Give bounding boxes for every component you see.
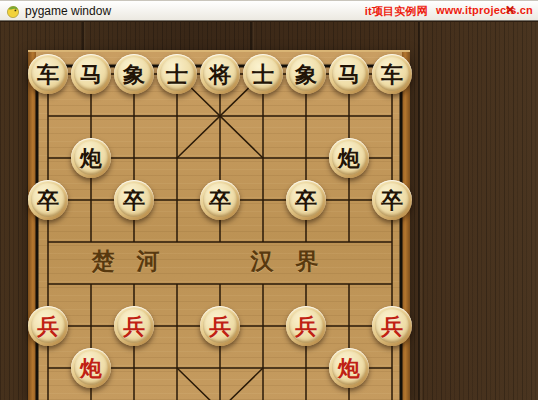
xiangqi-board[interactable]: 楚 河 汉 界 车马象士将士象马车炮炮卒卒卒卒卒兵兵兵兵炮炮兵 [28,50,410,400]
piece-character: 卒 [295,189,317,211]
piece-black-炮-c8r2[interactable]: 炮 [329,138,369,178]
piece-character: 车 [37,63,59,85]
window-title: pygame window [25,4,111,18]
piece-character: 兵 [123,315,145,337]
piece-character: 卒 [37,189,59,211]
piece-character: 炮 [80,147,102,169]
piece-black-卒-c9r3[interactable]: 卒 [372,180,412,220]
piece-character: 士 [166,63,188,85]
piece-character: 炮 [80,357,102,379]
piece-black-象-c7r0[interactable]: 象 [286,54,326,94]
piece-character: 兵 [209,315,231,337]
piece-red-炮-c2r7[interactable]: 炮 [71,348,111,388]
piece-character: 马 [338,63,360,85]
piece-character: 兵 [295,315,317,337]
piece-black-卒-c3r3[interactable]: 卒 [114,180,154,220]
piece-black-卒-c1r3[interactable]: 卒 [28,180,68,220]
piece-character: 马 [80,63,102,85]
watermark-url: www.itprojects.cn [436,4,533,19]
piece-character: 象 [295,63,317,85]
piece-black-车-c9r0[interactable]: 车 [372,54,412,94]
piece-black-士-c4r0[interactable]: 士 [157,54,197,94]
piece-black-马-c2r0[interactable]: 马 [71,54,111,94]
piece-black-卒-c7r3[interactable]: 卒 [286,180,326,220]
piece-red-炮-c8r7[interactable]: 炮 [329,348,369,388]
piece-character: 象 [123,63,145,85]
piece-character: 士 [252,63,274,85]
piece-red-兵-c7r6[interactable]: 兵 [286,306,326,346]
piece-character: 炮 [338,357,360,379]
piece-character: 卒 [209,189,231,211]
piece-character: 炮 [338,147,360,169]
piece-black-将-c5r0[interactable]: 将 [200,54,240,94]
piece-black-马-c8r0[interactable]: 马 [329,54,369,94]
mouse-cursor-icon: ✕ [505,4,515,16]
piece-black-士-c6r0[interactable]: 士 [243,54,283,94]
piece-red-兵-c1r6[interactable]: 兵 [28,306,68,346]
piece-red-兵-c5r6[interactable]: 兵 [200,306,240,346]
pygame-window: { "window": { "title": "pygame window", … [0,0,538,400]
piece-black-卒-c5r3[interactable]: 卒 [200,180,240,220]
piece-black-炮-c2r2[interactable]: 炮 [71,138,111,178]
piece-black-车-c1r0[interactable]: 车 [28,54,68,94]
piece-black-象-c3r0[interactable]: 象 [114,54,154,94]
piece-character: 卒 [123,189,145,211]
piece-red-兵-c3r6[interactable]: 兵 [114,306,154,346]
piece-character: 车 [381,63,403,85]
piece-character: 兵 [37,315,59,337]
piece-character: 卒 [381,189,403,211]
piece-character: 将 [209,63,231,85]
pieces-layer[interactable]: 车马象士将士象马车炮炮卒卒卒卒卒兵兵兵兵炮炮兵 [28,52,410,400]
game-area: 楚 河 汉 界 车马象士将士象马车炮炮卒卒卒卒卒兵兵兵兵炮炮兵 [0,22,538,400]
pygame-icon [6,4,20,18]
piece-character: 兵 [381,315,403,337]
piece-red-兵-c9r6[interactable]: 兵 [372,306,412,346]
watermark-site: it项目实例网 [365,4,428,19]
